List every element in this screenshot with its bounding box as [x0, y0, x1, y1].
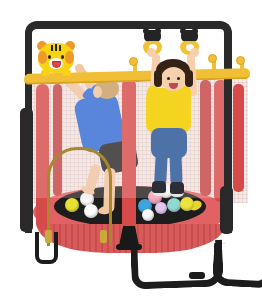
- center-leg-foot-pad: [189, 272, 205, 279]
- tiger-stripe-1: [51, 45, 53, 51]
- tiger-cheek-patch-right: [65, 51, 74, 64]
- girl-hair-strand-right: [185, 70, 193, 87]
- tiger-cheek-patch-left: [38, 51, 47, 64]
- tiger-stripe-3: [59, 45, 61, 51]
- right-u-leg: [212, 243, 262, 289]
- girl-hair-strand-left: [154, 70, 162, 87]
- girl-eye-right: [177, 77, 180, 80]
- tiger-stripe-2: [55, 44, 57, 51]
- center-pole-base: [116, 244, 142, 250]
- girl-hand-left: [147, 48, 156, 57]
- product-photo-trampoline: Kids mini trampoline with safety enclosu…: [0, 0, 262, 300]
- knob-ball-1: [129, 57, 138, 66]
- tiger-paw-right: [62, 69, 71, 76]
- girl-jean-leg-left: [154, 152, 168, 185]
- pole-far-right: [233, 84, 244, 192]
- girl-hand-right: [190, 48, 199, 57]
- knob-ball-3: [236, 56, 245, 65]
- girl-jean-leg-right: [169, 152, 182, 184]
- tiger-paw-left: [41, 69, 50, 76]
- knob-ball-2: [208, 54, 217, 63]
- girl-shoe-right: [170, 182, 184, 197]
- girl-eye-left: [167, 77, 170, 80]
- tiger-eye-right: [61, 55, 64, 59]
- center-u-leg: [130, 239, 224, 289]
- girl-shoe-left: [152, 181, 166, 196]
